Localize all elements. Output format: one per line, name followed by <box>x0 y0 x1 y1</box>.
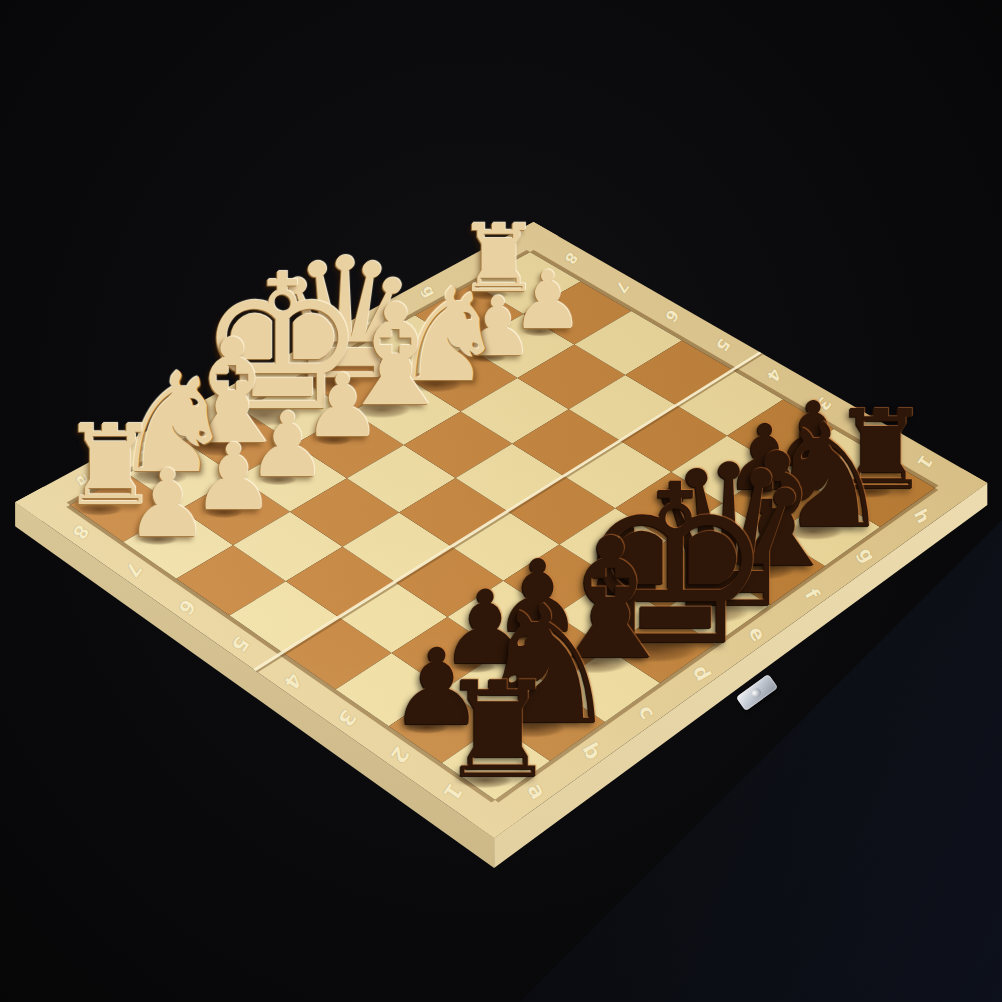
white-pawn-glyph: ♟ <box>125 457 209 551</box>
piece-white-pawn-a7[interactable]: ♟ <box>125 457 209 551</box>
black-rook-glyph: ♜ <box>439 664 558 796</box>
chess-set-photo: aabbccddeeffgghh8877665544332211♜♟♟♛♞♝♚♟… <box>0 0 1002 1002</box>
piece-black-rook-a1[interactable]: ♜ <box>439 664 558 796</box>
